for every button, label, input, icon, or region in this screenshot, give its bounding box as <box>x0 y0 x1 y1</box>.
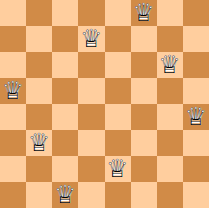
square-h6[interactable] <box>183 52 209 78</box>
square-e3[interactable] <box>105 130 131 156</box>
square-h2[interactable] <box>183 156 209 182</box>
square-c4[interactable] <box>52 104 78 130</box>
square-e4[interactable] <box>105 104 131 130</box>
square-c6[interactable] <box>52 52 78 78</box>
square-d3[interactable] <box>78 130 104 156</box>
white-queen-outline-glyph: ♕ <box>157 52 183 78</box>
square-a4[interactable] <box>0 104 26 130</box>
white-queen-outline-glyph: ♕ <box>131 0 157 26</box>
white-queen[interactable]: ♛♕ <box>0 78 26 104</box>
square-a8[interactable] <box>0 0 26 26</box>
square-c2[interactable] <box>52 156 78 182</box>
square-d4[interactable] <box>78 104 104 130</box>
white-queen-outline-glyph: ♕ <box>78 26 104 52</box>
square-f3[interactable] <box>131 130 157 156</box>
square-c7[interactable] <box>52 26 78 52</box>
square-c3[interactable] <box>52 130 78 156</box>
white-queen[interactable]: ♛♕ <box>105 156 131 182</box>
square-f2[interactable] <box>131 156 157 182</box>
square-c8[interactable] <box>52 0 78 26</box>
square-a2[interactable] <box>0 156 26 182</box>
square-e2[interactable]: ♛♕ <box>105 156 131 182</box>
square-b5[interactable] <box>26 78 52 104</box>
square-f6[interactable] <box>131 52 157 78</box>
square-g2[interactable] <box>157 156 183 182</box>
white-queen-outline-glyph: ♕ <box>26 130 52 156</box>
square-h8[interactable] <box>183 0 209 26</box>
square-f7[interactable] <box>131 26 157 52</box>
white-queen-fill-glyph: ♛ <box>105 156 131 182</box>
white-queen-outline-glyph: ♕ <box>105 156 131 182</box>
white-queen[interactable]: ♛♕ <box>26 130 52 156</box>
square-a7[interactable] <box>0 26 26 52</box>
square-d6[interactable] <box>78 52 104 78</box>
white-queen[interactable]: ♛♕ <box>157 52 183 78</box>
square-d2[interactable] <box>78 156 104 182</box>
square-d7[interactable]: ♛♕ <box>78 26 104 52</box>
square-g7[interactable] <box>157 26 183 52</box>
white-queen-fill-glyph: ♛ <box>52 182 78 208</box>
square-c1[interactable]: ♛♕ <box>52 182 78 208</box>
white-queen[interactable]: ♛♕ <box>131 0 157 26</box>
square-f5[interactable] <box>131 78 157 104</box>
square-g6[interactable]: ♛♕ <box>157 52 183 78</box>
square-h5[interactable] <box>183 78 209 104</box>
white-queen-fill-glyph: ♛ <box>157 52 183 78</box>
white-queen-fill-glyph: ♛ <box>78 26 104 52</box>
square-h1[interactable] <box>183 182 209 208</box>
white-queen-outline-glyph: ♕ <box>0 78 26 104</box>
square-a5[interactable]: ♛♕ <box>0 78 26 104</box>
square-a6[interactable] <box>0 52 26 78</box>
square-b6[interactable] <box>26 52 52 78</box>
square-d8[interactable] <box>78 0 104 26</box>
square-c5[interactable] <box>52 78 78 104</box>
square-e5[interactable] <box>105 78 131 104</box>
square-g8[interactable] <box>157 0 183 26</box>
square-b4[interactable] <box>26 104 52 130</box>
white-queen-outline-glyph: ♕ <box>183 104 209 130</box>
white-queen[interactable]: ♛♕ <box>52 182 78 208</box>
square-b3[interactable]: ♛♕ <box>26 130 52 156</box>
square-h3[interactable] <box>183 130 209 156</box>
white-queen-fill-glyph: ♛ <box>0 78 26 104</box>
square-b2[interactable] <box>26 156 52 182</box>
square-d1[interactable] <box>78 182 104 208</box>
square-a3[interactable] <box>0 130 26 156</box>
square-f4[interactable] <box>131 104 157 130</box>
square-b7[interactable] <box>26 26 52 52</box>
square-g4[interactable] <box>157 104 183 130</box>
square-f8[interactable]: ♛♕ <box>131 0 157 26</box>
chess-board: ♛♕♛♕♛♕♛♕♛♕♛♕♛♕♛♕ <box>0 0 209 208</box>
square-e8[interactable] <box>105 0 131 26</box>
square-f1[interactable] <box>131 182 157 208</box>
white-queen-fill-glyph: ♛ <box>26 130 52 156</box>
square-e7[interactable] <box>105 26 131 52</box>
square-e1[interactable] <box>105 182 131 208</box>
white-queen[interactable]: ♛♕ <box>183 104 209 130</box>
square-e6[interactable] <box>105 52 131 78</box>
square-b1[interactable] <box>26 182 52 208</box>
white-queen-outline-glyph: ♕ <box>52 182 78 208</box>
square-h4[interactable]: ♛♕ <box>183 104 209 130</box>
square-d5[interactable] <box>78 78 104 104</box>
square-g3[interactable] <box>157 130 183 156</box>
white-queen-fill-glyph: ♛ <box>183 104 209 130</box>
white-queen-fill-glyph: ♛ <box>131 0 157 26</box>
square-g1[interactable] <box>157 182 183 208</box>
square-h7[interactable] <box>183 26 209 52</box>
white-queen[interactable]: ♛♕ <box>78 26 104 52</box>
square-b8[interactable] <box>26 0 52 26</box>
square-g5[interactable] <box>157 78 183 104</box>
square-a1[interactable] <box>0 182 26 208</box>
